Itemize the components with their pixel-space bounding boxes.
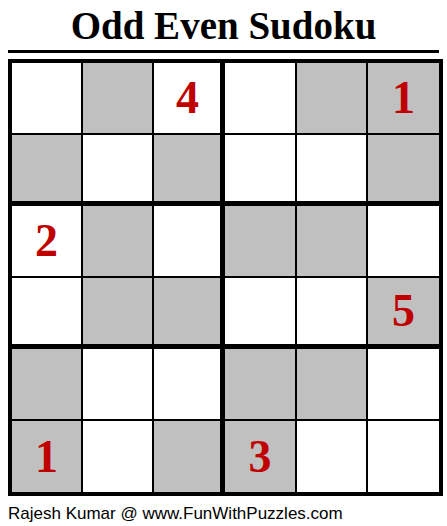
cell-r3c6: [368, 206, 439, 278]
cell-r1c6: 1: [368, 63, 439, 135]
title-underline: [8, 50, 439, 53]
cell-r6c4: 3: [225, 421, 296, 493]
puzzle-title: Odd Even Sudoku: [0, 0, 447, 50]
cell-r3c5: [297, 206, 368, 278]
cell-r6c1: 1: [12, 421, 83, 493]
cell-r2c5: [297, 135, 368, 207]
cell-r3c2: [83, 206, 154, 278]
cell-r4c2: [83, 278, 154, 350]
cell-r6c2: [83, 421, 154, 493]
cell-r1c1: [12, 63, 83, 135]
cell-r5c1: [12, 349, 83, 421]
cell-r4c1: [12, 278, 83, 350]
cell-r4c4: [225, 278, 296, 350]
puzzle-page: Odd Even Sudoku 412513 Rajesh Kumar @ ww…: [0, 0, 447, 524]
cell-r4c6: 5: [368, 278, 439, 350]
cell-r5c3: [154, 349, 225, 421]
cell-r2c3: [154, 135, 225, 207]
cell-r5c5: [297, 349, 368, 421]
cell-r2c1: [12, 135, 83, 207]
cell-r1c5: [297, 63, 368, 135]
cell-r4c3: [154, 278, 225, 350]
cell-r3c1: 2: [12, 206, 83, 278]
cell-r2c2: [83, 135, 154, 207]
cell-r3c4: [225, 206, 296, 278]
cell-r1c4: [225, 63, 296, 135]
cell-r6c6: [368, 421, 439, 493]
cell-r6c3: [154, 421, 225, 493]
credit-text: Rajesh Kumar @ www.FunWithPuzzles.com: [8, 504, 447, 524]
cell-r1c3: 4: [154, 63, 225, 135]
sudoku-board: 412513: [8, 59, 443, 496]
cell-r5c4: [225, 349, 296, 421]
cell-r6c5: [297, 421, 368, 493]
cell-r2c6: [368, 135, 439, 207]
cell-r2c4: [225, 135, 296, 207]
cell-r4c5: [297, 278, 368, 350]
cell-r3c3: [154, 206, 225, 278]
cell-r1c2: [83, 63, 154, 135]
cell-r5c2: [83, 349, 154, 421]
cell-r5c6: [368, 349, 439, 421]
